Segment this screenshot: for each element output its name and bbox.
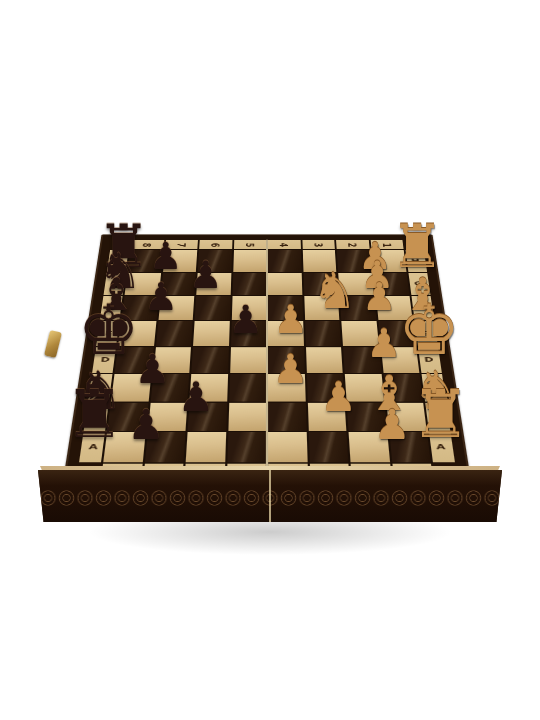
square-g2 bbox=[338, 273, 373, 296]
square-a7 bbox=[144, 432, 185, 462]
fold-seam bbox=[266, 240, 268, 477]
square-h4 bbox=[268, 250, 301, 272]
square-e7 bbox=[156, 321, 193, 346]
file-label-B: B bbox=[423, 403, 450, 432]
rank-label-5: 5 bbox=[234, 240, 267, 250]
square-f8 bbox=[121, 296, 158, 320]
square-a2 bbox=[349, 432, 390, 462]
square-a5 bbox=[227, 432, 266, 462]
square-d3 bbox=[306, 347, 343, 373]
file-label-E: E bbox=[413, 321, 438, 346]
brass-clasp bbox=[44, 330, 62, 358]
product-photo-scene: 87654321 87654321 HGFEDCBA HGFEDCBA ♜♟♟♜… bbox=[0, 0, 540, 720]
file-label-G: G bbox=[103, 273, 127, 296]
file-label-G: G bbox=[407, 273, 431, 296]
square-a1 bbox=[389, 432, 431, 462]
square-c2 bbox=[345, 374, 384, 401]
square-b7 bbox=[147, 403, 187, 432]
square-d7 bbox=[153, 347, 191, 373]
square-f7 bbox=[158, 296, 194, 320]
file-label-H: H bbox=[107, 250, 130, 272]
square-b3 bbox=[307, 403, 346, 432]
square-h5 bbox=[233, 250, 266, 272]
rank-label-1: 1 bbox=[370, 240, 404, 250]
square-f3 bbox=[304, 296, 339, 320]
square-c3 bbox=[306, 374, 344, 401]
square-c4 bbox=[268, 374, 305, 401]
square-d5 bbox=[230, 347, 266, 373]
rank-label-4: 4 bbox=[268, 240, 301, 250]
square-b4 bbox=[268, 403, 306, 432]
square-a6 bbox=[186, 432, 226, 462]
front-panel-seam bbox=[269, 470, 271, 522]
file-label-F: F bbox=[410, 296, 435, 320]
chess-board: 87654321 87654321 HGFEDCBA HGFEDCBA bbox=[62, 234, 471, 485]
square-f2 bbox=[340, 296, 376, 320]
square-e3 bbox=[305, 321, 341, 346]
rank-label-3: 3 bbox=[302, 240, 335, 250]
rank-label-8: 8 bbox=[130, 240, 164, 250]
square-b8 bbox=[107, 403, 148, 432]
square-a4 bbox=[268, 432, 307, 462]
square-a3 bbox=[308, 432, 348, 462]
square-h6 bbox=[198, 250, 232, 272]
square-f6 bbox=[195, 296, 230, 320]
square-g7 bbox=[160, 273, 195, 296]
file-label-H: H bbox=[404, 250, 427, 272]
square-b2 bbox=[347, 403, 387, 432]
square-e2 bbox=[341, 321, 378, 346]
square-h1 bbox=[371, 250, 406, 272]
rank-label-2: 2 bbox=[336, 240, 369, 250]
square-g5 bbox=[232, 273, 266, 296]
square-c5 bbox=[229, 374, 266, 401]
square-c6 bbox=[190, 374, 228, 401]
file-label-A: A bbox=[427, 432, 455, 462]
square-c7 bbox=[150, 374, 189, 401]
square-e1 bbox=[378, 321, 416, 346]
square-h2 bbox=[337, 250, 372, 272]
square-d8 bbox=[115, 347, 154, 373]
square-e4 bbox=[268, 321, 304, 346]
square-b6 bbox=[188, 403, 227, 432]
file-label-D: D bbox=[416, 347, 442, 373]
square-b1 bbox=[386, 403, 427, 432]
square-e8 bbox=[118, 321, 156, 346]
square-f1 bbox=[376, 296, 413, 320]
square-d1 bbox=[381, 347, 420, 373]
rank-label-7: 7 bbox=[165, 240, 198, 250]
square-g8 bbox=[125, 273, 161, 296]
square-h8 bbox=[128, 250, 163, 272]
square-h7 bbox=[163, 250, 198, 272]
square-e6 bbox=[193, 321, 229, 346]
square-f4 bbox=[268, 296, 303, 320]
square-g4 bbox=[268, 273, 302, 296]
square-h3 bbox=[302, 250, 336, 272]
square-d2 bbox=[343, 347, 381, 373]
square-a8 bbox=[103, 432, 145, 462]
rank-label-6: 6 bbox=[199, 240, 232, 250]
square-e5 bbox=[231, 321, 267, 346]
file-label-C: C bbox=[420, 374, 447, 401]
square-f5 bbox=[231, 296, 266, 320]
square-d6 bbox=[191, 347, 228, 373]
square-g6 bbox=[196, 273, 231, 296]
square-c1 bbox=[383, 374, 423, 401]
square-d4 bbox=[268, 347, 304, 373]
square-b5 bbox=[228, 403, 266, 432]
square-g3 bbox=[303, 273, 338, 296]
square-c8 bbox=[111, 374, 151, 401]
square-g1 bbox=[373, 273, 409, 296]
